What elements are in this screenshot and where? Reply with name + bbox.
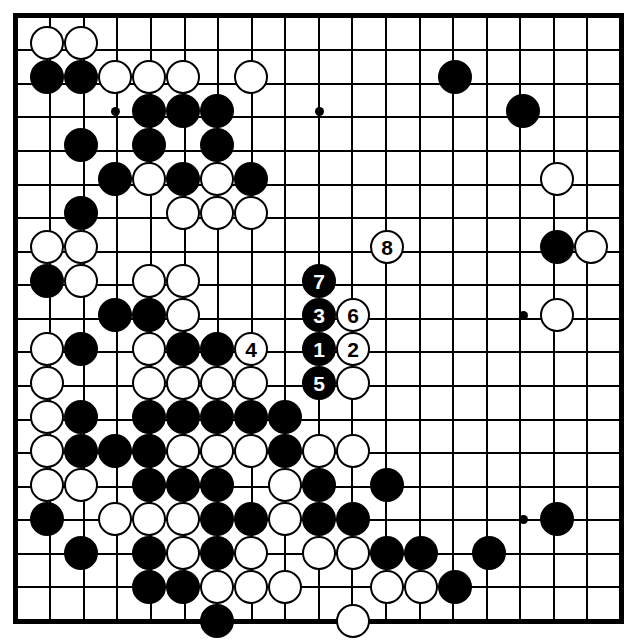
black-stone bbox=[132, 536, 166, 570]
black-stone bbox=[200, 400, 234, 434]
black-stone bbox=[506, 94, 540, 128]
black-stone bbox=[234, 400, 268, 434]
white-stone bbox=[30, 366, 64, 400]
white-stone bbox=[234, 570, 268, 604]
black-stone bbox=[98, 434, 132, 468]
black-stone bbox=[540, 502, 574, 536]
white-stone bbox=[64, 468, 98, 502]
black-stone bbox=[166, 162, 200, 196]
black-stone bbox=[200, 468, 234, 502]
black-stone bbox=[336, 502, 370, 536]
white-stone bbox=[268, 570, 302, 604]
black-stone bbox=[64, 400, 98, 434]
black-stone bbox=[234, 502, 268, 536]
black-stone bbox=[234, 162, 268, 196]
white-stone bbox=[132, 264, 166, 298]
black-stone bbox=[166, 400, 200, 434]
black-stone bbox=[132, 468, 166, 502]
black-stone bbox=[472, 536, 506, 570]
black-stone bbox=[132, 128, 166, 162]
white-stone bbox=[166, 502, 200, 536]
go-board: 87364125 bbox=[0, 0, 638, 638]
hoshi-point bbox=[111, 107, 120, 116]
move-4-stone-white: 4 bbox=[234, 332, 268, 366]
white-stone bbox=[200, 434, 234, 468]
white-stone bbox=[302, 536, 336, 570]
black-stone bbox=[132, 94, 166, 128]
white-stone bbox=[200, 162, 234, 196]
black-stone bbox=[268, 400, 302, 434]
white-stone bbox=[64, 26, 98, 60]
black-stone bbox=[30, 502, 64, 536]
white-stone bbox=[200, 366, 234, 400]
black-stone bbox=[64, 60, 98, 94]
white-stone bbox=[30, 230, 64, 264]
white-stone bbox=[166, 536, 200, 570]
white-stone bbox=[166, 366, 200, 400]
white-stone bbox=[132, 60, 166, 94]
move-3-stone-black: 3 bbox=[302, 298, 336, 332]
white-stone bbox=[30, 434, 64, 468]
white-stone bbox=[30, 468, 64, 502]
move-6-stone-white: 6 bbox=[336, 298, 370, 332]
white-stone bbox=[234, 196, 268, 230]
black-stone bbox=[200, 128, 234, 162]
move-7-stone-black: 7 bbox=[302, 264, 336, 298]
white-stone bbox=[132, 162, 166, 196]
black-stone bbox=[302, 468, 336, 502]
white-stone bbox=[166, 196, 200, 230]
black-stone bbox=[30, 264, 64, 298]
white-stone bbox=[98, 60, 132, 94]
white-stone bbox=[574, 230, 608, 264]
black-stone bbox=[200, 502, 234, 536]
black-stone bbox=[404, 536, 438, 570]
white-stone bbox=[166, 264, 200, 298]
white-stone bbox=[166, 434, 200, 468]
black-stone bbox=[64, 332, 98, 366]
white-stone bbox=[234, 366, 268, 400]
white-stone bbox=[540, 162, 574, 196]
white-stone bbox=[370, 570, 404, 604]
black-stone bbox=[98, 298, 132, 332]
black-stone bbox=[200, 536, 234, 570]
white-stone bbox=[234, 60, 268, 94]
move-5-stone-black: 5 bbox=[302, 366, 336, 400]
white-stone bbox=[30, 332, 64, 366]
white-stone bbox=[540, 298, 574, 332]
white-stone bbox=[268, 502, 302, 536]
black-stone bbox=[166, 468, 200, 502]
hoshi-point bbox=[519, 515, 528, 524]
white-stone bbox=[336, 366, 370, 400]
white-stone bbox=[64, 264, 98, 298]
black-stone bbox=[132, 298, 166, 332]
white-stone bbox=[98, 502, 132, 536]
black-stone bbox=[98, 162, 132, 196]
white-stone bbox=[200, 196, 234, 230]
white-stone bbox=[132, 332, 166, 366]
white-stone bbox=[268, 468, 302, 502]
white-stone bbox=[302, 434, 336, 468]
black-stone bbox=[370, 468, 404, 502]
hoshi-point bbox=[315, 107, 324, 116]
black-stone bbox=[268, 434, 302, 468]
black-stone bbox=[200, 604, 234, 638]
white-stone bbox=[64, 230, 98, 264]
move-2-stone-white: 2 bbox=[336, 332, 370, 366]
hoshi-point bbox=[519, 311, 528, 320]
white-stone bbox=[132, 366, 166, 400]
black-stone bbox=[200, 332, 234, 366]
move-8-stone-white: 8 bbox=[370, 230, 404, 264]
white-stone bbox=[166, 60, 200, 94]
white-stone bbox=[30, 400, 64, 434]
black-stone bbox=[64, 128, 98, 162]
black-stone bbox=[64, 196, 98, 230]
black-stone bbox=[64, 434, 98, 468]
white-stone bbox=[234, 434, 268, 468]
white-stone bbox=[30, 26, 64, 60]
white-stone bbox=[336, 536, 370, 570]
go-board-diagram: 87364125 bbox=[0, 0, 640, 640]
black-stone bbox=[132, 570, 166, 604]
move-1-stone-black: 1 bbox=[302, 332, 336, 366]
black-stone bbox=[64, 536, 98, 570]
black-stone bbox=[132, 434, 166, 468]
black-stone bbox=[302, 502, 336, 536]
black-stone bbox=[438, 60, 472, 94]
black-stone bbox=[438, 570, 472, 604]
white-stone bbox=[234, 536, 268, 570]
black-stone bbox=[132, 400, 166, 434]
white-stone bbox=[166, 298, 200, 332]
white-stone bbox=[336, 604, 370, 638]
black-stone bbox=[200, 94, 234, 128]
black-stone bbox=[166, 94, 200, 128]
black-stone bbox=[166, 332, 200, 366]
white-stone bbox=[404, 570, 438, 604]
black-stone bbox=[540, 230, 574, 264]
black-stone bbox=[370, 536, 404, 570]
black-stone bbox=[30, 60, 64, 94]
black-stone bbox=[166, 570, 200, 604]
white-stone bbox=[336, 434, 370, 468]
white-stone bbox=[132, 502, 166, 536]
white-stone bbox=[200, 570, 234, 604]
